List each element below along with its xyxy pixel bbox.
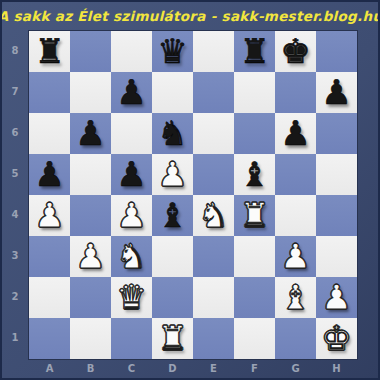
white-pawn[interactable]: ♟ <box>280 236 310 277</box>
white-knight[interactable]: ♞ <box>116 236 146 277</box>
square-f8[interactable]: ♜ <box>234 31 275 72</box>
square-d5[interactable]: ♟ <box>152 154 193 195</box>
square-f6[interactable] <box>234 113 275 154</box>
square-h5[interactable] <box>316 154 357 195</box>
square-b7[interactable] <box>70 72 111 113</box>
square-a6[interactable] <box>29 113 70 154</box>
square-h6[interactable] <box>316 113 357 154</box>
square-h8[interactable] <box>316 31 357 72</box>
square-f2[interactable] <box>234 277 275 318</box>
square-g8[interactable]: ♚ <box>275 31 316 72</box>
black-pawn[interactable]: ♟ <box>34 154 64 195</box>
square-f4[interactable]: ♜ <box>234 195 275 236</box>
square-c4[interactable]: ♟ <box>111 195 152 236</box>
square-b2[interactable] <box>70 277 111 318</box>
square-a2[interactable] <box>29 277 70 318</box>
square-f7[interactable] <box>234 72 275 113</box>
board-area: 87654321 ♜♛♜♚♟♟♟♞♟♟♟♟♝♟♟♝♞♜♟♞♟♛♝♟♜♚ <box>2 30 378 360</box>
square-b5[interactable] <box>70 154 111 195</box>
square-d7[interactable] <box>152 72 193 113</box>
square-g4[interactable] <box>275 195 316 236</box>
white-bishop[interactable]: ♝ <box>280 277 310 318</box>
rank-label-5: 5 <box>2 153 28 194</box>
square-c5[interactable]: ♟ <box>111 154 152 195</box>
square-b4[interactable] <box>70 195 111 236</box>
square-f5[interactable]: ♝ <box>234 154 275 195</box>
white-pawn[interactable]: ♟ <box>75 236 105 277</box>
square-g5[interactable] <box>275 154 316 195</box>
file-label-a: A <box>29 360 70 377</box>
page-title: A sakk az Élet szimulátora - sakk-mester… <box>0 8 380 24</box>
square-g2[interactable]: ♝ <box>275 277 316 318</box>
square-h2[interactable]: ♟ <box>316 277 357 318</box>
black-pawn[interactable]: ♟ <box>280 113 310 154</box>
square-h1[interactable]: ♚ <box>316 318 357 359</box>
black-rook[interactable]: ♜ <box>34 31 64 72</box>
square-c7[interactable]: ♟ <box>111 72 152 113</box>
file-label-e: E <box>193 360 234 377</box>
square-e2[interactable] <box>193 277 234 318</box>
rank-label-6: 6 <box>2 112 28 153</box>
board: ♜♛♜♚♟♟♟♞♟♟♟♟♝♟♟♝♞♜♟♞♟♛♝♟♜♚ <box>28 30 358 360</box>
file-label-g: G <box>275 360 316 377</box>
file-label-h: H <box>316 360 357 377</box>
square-d3[interactable] <box>152 236 193 277</box>
rank-label-7: 7 <box>2 71 28 112</box>
square-g6[interactable]: ♟ <box>275 113 316 154</box>
square-f3[interactable] <box>234 236 275 277</box>
square-d1[interactable]: ♜ <box>152 318 193 359</box>
square-c3[interactable]: ♞ <box>111 236 152 277</box>
square-d6[interactable]: ♞ <box>152 113 193 154</box>
rank-labels: 87654321 <box>2 30 28 360</box>
white-king[interactable]: ♚ <box>321 318 351 359</box>
square-g7[interactable] <box>275 72 316 113</box>
black-pawn[interactable]: ♟ <box>116 154 146 195</box>
square-e1[interactable] <box>193 318 234 359</box>
white-knight[interactable]: ♞ <box>198 195 228 236</box>
square-f1[interactable] <box>234 318 275 359</box>
white-pawn[interactable]: ♟ <box>321 277 351 318</box>
rank-label-1: 1 <box>2 317 28 358</box>
white-rook[interactable]: ♜ <box>239 195 269 236</box>
square-b8[interactable] <box>70 31 111 72</box>
square-a1[interactable] <box>29 318 70 359</box>
file-labels-row: ABCDEFGH <box>2 360 378 377</box>
white-rook[interactable]: ♜ <box>157 318 187 359</box>
rank-label-4: 4 <box>2 194 28 235</box>
square-h3[interactable] <box>316 236 357 277</box>
square-e5[interactable] <box>193 154 234 195</box>
corner-spacer <box>2 360 29 377</box>
rank-label-3: 3 <box>2 235 28 276</box>
square-a5[interactable]: ♟ <box>29 154 70 195</box>
black-pawn[interactable]: ♟ <box>321 72 351 113</box>
square-e7[interactable] <box>193 72 234 113</box>
file-label-d: D <box>152 360 193 377</box>
square-c8[interactable] <box>111 31 152 72</box>
file-label-b: B <box>70 360 111 377</box>
square-a3[interactable] <box>29 236 70 277</box>
white-pawn[interactable]: ♟ <box>34 195 64 236</box>
black-bishop[interactable]: ♝ <box>239 154 269 195</box>
square-b1[interactable] <box>70 318 111 359</box>
chess-diagram: A sakk az Élet szimulátora - sakk-mester… <box>0 0 380 380</box>
square-c2[interactable]: ♛ <box>111 277 152 318</box>
square-b3[interactable]: ♟ <box>70 236 111 277</box>
file-labels: ABCDEFGH <box>29 360 357 377</box>
square-d2[interactable] <box>152 277 193 318</box>
white-pawn[interactable]: ♟ <box>116 195 146 236</box>
square-a7[interactable] <box>29 72 70 113</box>
square-a8[interactable]: ♜ <box>29 31 70 72</box>
black-pawn[interactable]: ♟ <box>75 113 105 154</box>
square-g3[interactable]: ♟ <box>275 236 316 277</box>
white-pawn[interactable]: ♟ <box>157 154 187 195</box>
square-h7[interactable]: ♟ <box>316 72 357 113</box>
black-knight[interactable]: ♞ <box>157 113 187 154</box>
square-h4[interactable] <box>316 195 357 236</box>
black-rook[interactable]: ♜ <box>239 31 269 72</box>
black-bishop[interactable]: ♝ <box>157 195 187 236</box>
rank-label-8: 8 <box>2 30 28 71</box>
square-g1[interactable] <box>275 318 316 359</box>
file-label-c: C <box>111 360 152 377</box>
title-bar: A sakk az Élet szimulátora - sakk-mester… <box>2 2 378 30</box>
white-queen[interactable]: ♛ <box>116 277 146 318</box>
file-label-f: F <box>234 360 275 377</box>
square-e4[interactable]: ♞ <box>193 195 234 236</box>
square-e6[interactable] <box>193 113 234 154</box>
square-e8[interactable] <box>193 31 234 72</box>
square-c1[interactable] <box>111 318 152 359</box>
square-e3[interactable] <box>193 236 234 277</box>
square-c6[interactable] <box>111 113 152 154</box>
black-queen[interactable]: ♛ <box>157 31 187 72</box>
black-king[interactable]: ♚ <box>280 31 310 72</box>
square-d4[interactable]: ♝ <box>152 195 193 236</box>
rank-label-2: 2 <box>2 276 28 317</box>
square-a4[interactable]: ♟ <box>29 195 70 236</box>
square-b6[interactable]: ♟ <box>70 113 111 154</box>
black-pawn[interactable]: ♟ <box>116 72 146 113</box>
square-d8[interactable]: ♛ <box>152 31 193 72</box>
